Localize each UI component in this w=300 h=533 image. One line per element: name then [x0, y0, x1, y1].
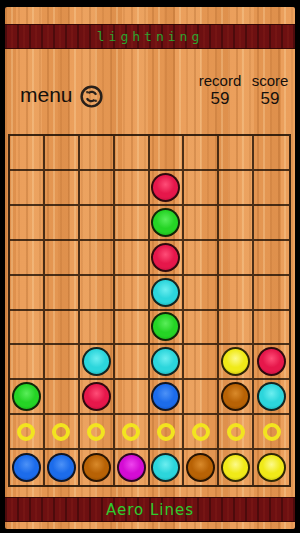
board-cell-1-1[interactable]	[10, 136, 45, 171]
board-cell-1-7[interactable]	[10, 345, 45, 380]
board-cell-6-9[interactable]	[184, 415, 219, 450]
board-cell-7-5[interactable]	[219, 276, 254, 311]
cyan-ball[interactable]	[257, 382, 286, 411]
board-cell-4-1[interactable]	[115, 136, 150, 171]
board-cell-4-7[interactable]	[115, 345, 150, 380]
board-cell-8-9[interactable]	[254, 415, 289, 450]
board-cell-7-1[interactable]	[219, 136, 254, 171]
board-cell-6-5[interactable]	[184, 276, 219, 311]
board-cell-1-4[interactable]	[10, 241, 45, 276]
board-cell-4-4[interactable]	[115, 241, 150, 276]
board-cell-2-10[interactable]	[45, 450, 80, 485]
board-cell-7-7[interactable]	[219, 345, 254, 380]
board-cell-2-5[interactable]	[45, 276, 80, 311]
board-cell-6-4[interactable]	[184, 241, 219, 276]
board-cell-3-8[interactable]	[80, 380, 115, 415]
board-cell-3-2[interactable]	[80, 171, 115, 206]
record-panel: record 59	[188, 73, 252, 108]
board-cell-8-2[interactable]	[254, 171, 289, 206]
board-cell-7-2[interactable]	[219, 171, 254, 206]
red-ball[interactable]	[151, 173, 180, 202]
brown-ball[interactable]	[186, 453, 215, 482]
score-label: score	[245, 73, 295, 89]
restart-button[interactable]	[80, 85, 103, 108]
blue-ball[interactable]	[12, 453, 41, 482]
board-cell-6-7[interactable]	[184, 345, 219, 380]
incoming-ball-ring	[192, 423, 210, 441]
board-cell-6-6[interactable]	[184, 311, 219, 346]
board-cell-1-8[interactable]	[10, 380, 45, 415]
green-ball[interactable]	[151, 208, 180, 237]
score-value: 59	[245, 89, 295, 108]
board[interactable]	[8, 134, 291, 487]
board-cell-4-5[interactable]	[115, 276, 150, 311]
brown-ball[interactable]	[82, 453, 111, 482]
board-cell-8-6[interactable]	[254, 311, 289, 346]
board-cell-8-8[interactable]	[254, 380, 289, 415]
blue-ball[interactable]	[151, 382, 180, 411]
yellow-ball[interactable]	[257, 453, 286, 482]
board-cell-7-3[interactable]	[219, 206, 254, 241]
board-cell-4-6[interactable]	[115, 311, 150, 346]
red-ball[interactable]	[151, 243, 180, 272]
board-cell-4-10[interactable]	[115, 450, 150, 485]
board-cell-4-3[interactable]	[115, 206, 150, 241]
board-cell-2-8[interactable]	[45, 380, 80, 415]
board-cell-5-9[interactable]	[150, 415, 185, 450]
board-cell-3-6[interactable]	[80, 311, 115, 346]
red-ball[interactable]	[257, 347, 286, 376]
score-panel: score 59	[245, 73, 295, 108]
board-cell-3-4[interactable]	[80, 241, 115, 276]
incoming-ball-ring	[263, 423, 281, 441]
board-cell-5-7[interactable]	[150, 345, 185, 380]
record-value: 59	[188, 89, 252, 108]
board-cell-2-3[interactable]	[45, 206, 80, 241]
game-screen: lightning menu record 59 score 59 Aero L…	[5, 7, 295, 529]
footer-bar: Aero Lines	[5, 497, 295, 522]
board-cell-7-10[interactable]	[219, 450, 254, 485]
board-cell-5-1[interactable]	[150, 136, 185, 171]
board-cell-1-3[interactable]	[10, 206, 45, 241]
board-cell-5-2[interactable]	[150, 171, 185, 206]
board-cell-1-5[interactable]	[10, 276, 45, 311]
board-cell-8-3[interactable]	[254, 206, 289, 241]
incoming-ball-ring	[157, 423, 175, 441]
menu-button[interactable]: menu	[20, 83, 73, 107]
blue-ball[interactable]	[47, 453, 76, 482]
board-cell-4-2[interactable]	[115, 171, 150, 206]
cyan-ball[interactable]	[151, 278, 180, 307]
green-ball[interactable]	[12, 382, 41, 411]
board-cell-1-2[interactable]	[10, 171, 45, 206]
incoming-ball-ring	[227, 423, 245, 441]
restart-icon	[80, 94, 103, 111]
board-cell-7-8[interactable]	[219, 380, 254, 415]
cyan-ball[interactable]	[82, 347, 111, 376]
yellow-ball[interactable]	[221, 453, 250, 482]
board-cell-4-8[interactable]	[115, 380, 150, 415]
board-cell-7-9[interactable]	[219, 415, 254, 450]
mode-title: lightning	[97, 29, 203, 44]
board-cell-5-4[interactable]	[150, 241, 185, 276]
board-cell-5-3[interactable]	[150, 206, 185, 241]
board-cell-8-1[interactable]	[254, 136, 289, 171]
board-cell-1-6[interactable]	[10, 311, 45, 346]
board-cell-6-1[interactable]	[184, 136, 219, 171]
board-cell-1-9[interactable]	[10, 415, 45, 450]
incoming-ball-ring	[87, 423, 105, 441]
board-cell-2-1[interactable]	[45, 136, 80, 171]
cyan-ball[interactable]	[151, 453, 180, 482]
board-cell-3-9[interactable]	[80, 415, 115, 450]
record-label: record	[188, 73, 252, 89]
board-cell-2-2[interactable]	[45, 171, 80, 206]
board-cell-8-7[interactable]	[254, 345, 289, 380]
board-cell-2-4[interactable]	[45, 241, 80, 276]
green-ball[interactable]	[151, 312, 180, 341]
board-cell-2-9[interactable]	[45, 415, 80, 450]
board-cell-3-5[interactable]	[80, 276, 115, 311]
board-cell-5-5[interactable]	[150, 276, 185, 311]
red-ball[interactable]	[82, 382, 111, 411]
board-cell-5-6[interactable]	[150, 311, 185, 346]
board-cell-7-6[interactable]	[219, 311, 254, 346]
incoming-ball-ring	[52, 423, 70, 441]
board-cell-6-3[interactable]	[184, 206, 219, 241]
board-cell-5-8[interactable]	[150, 380, 185, 415]
incoming-ball-ring	[122, 423, 140, 441]
board-cell-5-10[interactable]	[150, 450, 185, 485]
board-cell-8-10[interactable]	[254, 450, 289, 485]
app-title: Aero Lines	[106, 501, 194, 519]
board-cell-7-4[interactable]	[219, 241, 254, 276]
board-cell-2-7[interactable]	[45, 345, 80, 380]
board-cell-1-10[interactable]	[10, 450, 45, 485]
title-bar: lightning	[5, 24, 295, 49]
board-cell-6-8[interactable]	[184, 380, 219, 415]
board-cell-6-10[interactable]	[184, 450, 219, 485]
yellow-ball[interactable]	[221, 347, 250, 376]
brown-ball[interactable]	[221, 382, 250, 411]
board-cell-3-7[interactable]	[80, 345, 115, 380]
board-cell-8-4[interactable]	[254, 241, 289, 276]
board-cell-2-6[interactable]	[45, 311, 80, 346]
board-cell-3-10[interactable]	[80, 450, 115, 485]
board-cell-6-2[interactable]	[184, 171, 219, 206]
board-cell-3-1[interactable]	[80, 136, 115, 171]
cyan-ball[interactable]	[151, 347, 180, 376]
board-cell-4-9[interactable]	[115, 415, 150, 450]
incoming-ball-ring	[17, 423, 35, 441]
board-cell-3-3[interactable]	[80, 206, 115, 241]
board-cell-8-5[interactable]	[254, 276, 289, 311]
magenta-ball[interactable]	[117, 453, 146, 482]
